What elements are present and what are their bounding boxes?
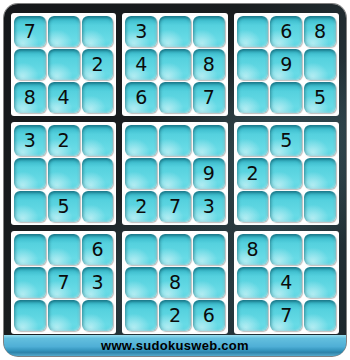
- footer-url: www.sudokusweb.com: [101, 338, 249, 353]
- cell-r4c9[interactable]: [304, 125, 336, 156]
- cell-r1c5[interactable]: [159, 16, 191, 47]
- cell-r5c1[interactable]: [14, 158, 46, 189]
- cell-r7c6[interactable]: [193, 234, 225, 265]
- cell-r5c3[interactable]: [82, 158, 114, 189]
- cell-r9c3[interactable]: [82, 300, 114, 331]
- cell-r4c8[interactable]: 5: [270, 125, 302, 156]
- cell-r2c2[interactable]: [48, 49, 80, 80]
- cell-r4c6[interactable]: [193, 125, 225, 156]
- cell-r8c4[interactable]: [125, 267, 157, 298]
- cell-r6c9[interactable]: [304, 191, 336, 222]
- box-1: 7284: [11, 13, 116, 116]
- box-7: 673: [11, 231, 116, 334]
- cell-r4c2[interactable]: 2: [48, 125, 80, 156]
- cell-r7c7[interactable]: 8: [237, 234, 269, 265]
- cell-r3c5[interactable]: [159, 82, 191, 113]
- cell-r6c8[interactable]: [270, 191, 302, 222]
- cell-r9c2[interactable]: [48, 300, 80, 331]
- cell-r9c1[interactable]: [14, 300, 46, 331]
- cell-r9c5[interactable]: 2: [159, 300, 191, 331]
- box-6: 52: [234, 122, 339, 225]
- box-5: 9273: [122, 122, 227, 225]
- cell-r7c1[interactable]: [14, 234, 46, 265]
- cell-r4c4[interactable]: [125, 125, 157, 156]
- cell-r5c9[interactable]: [304, 158, 336, 189]
- cell-r3c7[interactable]: [237, 82, 269, 113]
- cell-r9c6[interactable]: 6: [193, 300, 225, 331]
- cell-r1c3[interactable]: [82, 16, 114, 47]
- cell-r2c1[interactable]: [14, 49, 46, 80]
- sudoku-board: 7284348676895325927352673826847: [11, 13, 339, 334]
- cell-r9c7[interactable]: [237, 300, 269, 331]
- cell-r5c2[interactable]: [48, 158, 80, 189]
- cell-r2c3[interactable]: 2: [82, 49, 114, 80]
- cell-r6c2[interactable]: 5: [48, 191, 80, 222]
- cell-r3c1[interactable]: 8: [14, 82, 46, 113]
- cell-r1c7[interactable]: [237, 16, 269, 47]
- puzzle-frame: 7284348676895325927352673826847 www.sudo…: [4, 4, 346, 356]
- box-9: 847: [234, 231, 339, 334]
- cell-r9c4[interactable]: [125, 300, 157, 331]
- cell-r1c9[interactable]: 8: [304, 16, 336, 47]
- cell-r7c8[interactable]: [270, 234, 302, 265]
- cell-r1c1[interactable]: 7: [14, 16, 46, 47]
- cell-r3c9[interactable]: 5: [304, 82, 336, 113]
- box-4: 325: [11, 122, 116, 225]
- box-3: 6895: [234, 13, 339, 116]
- cell-r8c9[interactable]: [304, 267, 336, 298]
- cell-r6c7[interactable]: [237, 191, 269, 222]
- cell-r8c3[interactable]: 3: [82, 267, 114, 298]
- cell-r8c5[interactable]: 8: [159, 267, 191, 298]
- cell-r2c9[interactable]: [304, 49, 336, 80]
- cell-r1c6[interactable]: [193, 16, 225, 47]
- cell-r1c4[interactable]: 3: [125, 16, 157, 47]
- box-8: 826: [122, 231, 227, 334]
- cell-r9c8[interactable]: 7: [270, 300, 302, 331]
- cell-r6c3[interactable]: [82, 191, 114, 222]
- cell-r4c3[interactable]: [82, 125, 114, 156]
- cell-r4c5[interactable]: [159, 125, 191, 156]
- cell-r5c6[interactable]: 9: [193, 158, 225, 189]
- cell-r9c9[interactable]: [304, 300, 336, 331]
- cell-r3c4[interactable]: 6: [125, 82, 157, 113]
- box-2: 34867: [122, 13, 227, 116]
- cell-r6c6[interactable]: 3: [193, 191, 225, 222]
- cell-r2c6[interactable]: 8: [193, 49, 225, 80]
- cell-r2c5[interactable]: [159, 49, 191, 80]
- cell-r7c2[interactable]: [48, 234, 80, 265]
- cell-r5c7[interactable]: 2: [237, 158, 269, 189]
- cell-r8c7[interactable]: [237, 267, 269, 298]
- cell-r2c8[interactable]: 9: [270, 49, 302, 80]
- cell-r6c4[interactable]: 2: [125, 191, 157, 222]
- cell-r2c7[interactable]: [237, 49, 269, 80]
- cell-r3c2[interactable]: 4: [48, 82, 80, 113]
- cell-r3c8[interactable]: [270, 82, 302, 113]
- cell-r5c8[interactable]: [270, 158, 302, 189]
- cell-r8c8[interactable]: 4: [270, 267, 302, 298]
- cell-r1c8[interactable]: 6: [270, 16, 302, 47]
- cell-r7c5[interactable]: [159, 234, 191, 265]
- cell-r7c3[interactable]: 6: [82, 234, 114, 265]
- cell-r8c6[interactable]: [193, 267, 225, 298]
- cell-r1c2[interactable]: [48, 16, 80, 47]
- cell-r7c4[interactable]: [125, 234, 157, 265]
- cell-r4c7[interactable]: [237, 125, 269, 156]
- cell-r7c9[interactable]: [304, 234, 336, 265]
- cell-r8c2[interactable]: 7: [48, 267, 80, 298]
- cell-r6c5[interactable]: 7: [159, 191, 191, 222]
- cell-r6c1[interactable]: [14, 191, 46, 222]
- cell-r5c4[interactable]: [125, 158, 157, 189]
- cell-r5c5[interactable]: [159, 158, 191, 189]
- footer-band: www.sudokusweb.com: [4, 335, 346, 356]
- cell-r3c6[interactable]: 7: [193, 82, 225, 113]
- cell-r4c1[interactable]: 3: [14, 125, 46, 156]
- cell-r8c1[interactable]: [14, 267, 46, 298]
- cell-r2c4[interactable]: 4: [125, 49, 157, 80]
- cell-r3c3[interactable]: [82, 82, 114, 113]
